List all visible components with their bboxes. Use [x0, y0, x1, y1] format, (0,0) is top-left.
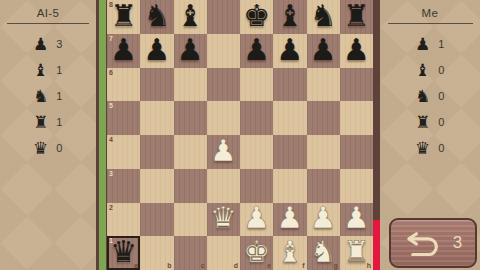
opponent-panel: AI-5 ♟ 3 ♝ 1 ♞ 1 ♜ 1 ♛ 0 — [0, 0, 96, 270]
square-e5[interactable] — [240, 101, 273, 135]
square-e2[interactable]: ♟ — [240, 203, 273, 237]
captured-row: ♝ 1 — [0, 57, 96, 83]
player-name: Me — [380, 0, 480, 19]
square-g7[interactable]: ♟ — [307, 34, 340, 68]
player-captured-list: ♟ 1 ♝ 0 ♞ 0 ♜ 0 ♛ 0 — [380, 24, 480, 161]
piece-black-pawn[interactable]: ♟ — [110, 35, 137, 65]
rank-label: 2 — [109, 204, 113, 211]
square-c2[interactable] — [174, 203, 207, 237]
queen-icon: ♛ — [415, 140, 430, 157]
square-h8[interactable]: ♜ — [340, 0, 373, 34]
captured-row: ♟ 3 — [0, 31, 96, 57]
square-g6[interactable] — [307, 68, 340, 102]
chess-board: 8♜♞♝♚♝♞♜7♟♟♟♟♟♟♟654♟32♛♟♟♟♟1a♛bcde♚f♝g♞h… — [107, 0, 373, 270]
captured-count: 1 — [56, 116, 63, 128]
piece-black-rook[interactable]: ♜ — [110, 1, 137, 31]
captured-row: ♜ 0 — [380, 109, 480, 135]
square-e1[interactable]: e♚ — [240, 236, 273, 270]
square-g3[interactable] — [307, 169, 340, 203]
captured-row: ♛ 0 — [0, 135, 96, 161]
knight-icon: ♞ — [415, 88, 430, 105]
chess-app: AI-5 ♟ 3 ♝ 1 ♞ 1 ♜ 1 ♛ 0 — [0, 0, 480, 270]
square-b8[interactable]: ♞ — [140, 0, 173, 34]
captured-row: ♟ 1 — [380, 31, 480, 57]
square-b5[interactable] — [140, 101, 173, 135]
square-c1[interactable]: c — [174, 236, 207, 270]
square-d6[interactable] — [207, 68, 240, 102]
piece-white-pawn[interactable]: ♟ — [276, 203, 303, 233]
square-c4[interactable] — [174, 135, 207, 169]
captured-row: ♜ 1 — [0, 109, 96, 135]
undo-arrow-icon — [404, 231, 440, 256]
square-c5[interactable] — [174, 101, 207, 135]
piece-white-king[interactable]: ♚ — [243, 237, 270, 267]
square-d2[interactable]: ♛ — [207, 203, 240, 237]
square-f2[interactable]: ♟ — [273, 203, 306, 237]
square-h1[interactable]: h♜ — [340, 236, 373, 270]
square-a1[interactable]: 1a♛ — [107, 236, 140, 270]
opponent-progress-track — [96, 0, 107, 270]
square-h5[interactable] — [340, 101, 373, 135]
rook-icon: ♜ — [415, 114, 430, 131]
square-f1[interactable]: f♝ — [273, 236, 306, 270]
square-d7[interactable] — [207, 34, 240, 68]
square-e4[interactable] — [240, 135, 273, 169]
opponent-name: AI-5 — [0, 0, 96, 19]
square-f5[interactable] — [273, 101, 306, 135]
captured-count: 1 — [56, 64, 63, 76]
captured-count: 1 — [438, 38, 445, 50]
file-label: b — [167, 262, 171, 269]
square-f6[interactable] — [273, 68, 306, 102]
piece-black-rook[interactable]: ♜ — [343, 1, 370, 31]
square-e7[interactable]: ♟ — [240, 34, 273, 68]
bishop-icon: ♝ — [415, 62, 430, 79]
piece-white-pawn[interactable]: ♟ — [210, 136, 237, 166]
square-c8[interactable]: ♝ — [174, 0, 207, 34]
piece-white-rook[interactable]: ♜ — [343, 237, 370, 267]
piece-black-bishop[interactable]: ♝ — [276, 1, 303, 31]
captured-count: 3 — [56, 38, 63, 50]
square-f8[interactable]: ♝ — [273, 0, 306, 34]
captured-row: ♞ 1 — [0, 83, 96, 109]
piece-black-pawn[interactable]: ♟ — [243, 35, 270, 65]
piece-black-king[interactable]: ♚ — [243, 1, 270, 31]
square-g1[interactable]: g♞ — [307, 236, 340, 270]
rank-label: 5 — [109, 102, 113, 109]
captured-row: ♛ 0 — [380, 135, 480, 161]
opponent-progress-bar — [99, 0, 106, 270]
square-f4[interactable] — [273, 135, 306, 169]
rook-icon: ♜ — [33, 114, 48, 131]
square-f7[interactable]: ♟ — [273, 34, 306, 68]
piece-black-knight[interactable]: ♞ — [143, 1, 170, 31]
square-e3[interactable] — [240, 169, 273, 203]
square-c3[interactable] — [174, 169, 207, 203]
pawn-icon: ♟ — [33, 36, 48, 53]
queen-icon: ♛ — [33, 140, 48, 157]
square-b7[interactable]: ♟ — [140, 34, 173, 68]
square-a8[interactable]: 8♜ — [107, 0, 140, 34]
square-f3[interactable] — [273, 169, 306, 203]
piece-black-pawn[interactable]: ♟ — [143, 35, 170, 65]
square-d3[interactable] — [207, 169, 240, 203]
captured-count: 0 — [438, 116, 445, 128]
piece-black-queen[interactable]: ♛ — [110, 237, 137, 267]
square-a2[interactable]: 2 — [107, 203, 140, 237]
piece-white-pawn[interactable]: ♟ — [310, 203, 337, 233]
square-e6[interactable] — [240, 68, 273, 102]
square-a7[interactable]: 7♟ — [107, 34, 140, 68]
square-b3[interactable] — [140, 169, 173, 203]
square-h4[interactable] — [340, 135, 373, 169]
square-h7[interactable]: ♟ — [340, 34, 373, 68]
square-a6[interactable]: 6 — [107, 68, 140, 102]
square-h3[interactable] — [340, 169, 373, 203]
piece-white-pawn[interactable]: ♟ — [243, 203, 270, 233]
square-h6[interactable] — [340, 68, 373, 102]
bishop-icon: ♝ — [33, 62, 48, 79]
square-c7[interactable]: ♟ — [174, 34, 207, 68]
undo-button[interactable]: 3 — [389, 218, 477, 268]
square-g8[interactable]: ♞ — [307, 0, 340, 34]
undo-count: 3 — [453, 233, 462, 253]
piece-white-bishop[interactable]: ♝ — [276, 237, 303, 267]
square-a5[interactable]: 5 — [107, 101, 140, 135]
square-d8[interactable] — [207, 0, 240, 34]
square-g4[interactable] — [307, 135, 340, 169]
captured-count: 0 — [438, 64, 445, 76]
captured-count: 1 — [56, 90, 63, 102]
square-b1[interactable]: b — [140, 236, 173, 270]
captured-count: 0 — [438, 142, 445, 154]
square-g5[interactable] — [307, 101, 340, 135]
rank-label: 4 — [109, 136, 113, 143]
captured-count: 0 — [438, 90, 445, 102]
captured-row: ♞ 0 — [380, 83, 480, 109]
square-h2[interactable]: ♟ — [340, 203, 373, 237]
piece-black-pawn[interactable]: ♟ — [310, 35, 337, 65]
piece-black-pawn[interactable]: ♟ — [177, 35, 204, 65]
square-c6[interactable] — [174, 68, 207, 102]
square-e8[interactable]: ♚ — [240, 0, 273, 34]
piece-white-queen[interactable]: ♛ — [210, 203, 237, 233]
square-d4[interactable]: ♟ — [207, 135, 240, 169]
square-a4[interactable]: 4 — [107, 135, 140, 169]
piece-black-pawn[interactable]: ♟ — [343, 35, 370, 65]
piece-black-bishop[interactable]: ♝ — [177, 1, 204, 31]
captured-row: ♝ 0 — [380, 57, 480, 83]
file-label: c — [201, 262, 205, 269]
square-a3[interactable]: 3 — [107, 169, 140, 203]
player-progress-bar — [373, 220, 380, 270]
piece-white-knight[interactable]: ♞ — [310, 237, 337, 267]
player-progress-track — [373, 0, 380, 270]
opponent-captured-list: ♟ 3 ♝ 1 ♞ 1 ♜ 1 ♛ 0 — [0, 24, 96, 161]
piece-black-pawn[interactable]: ♟ — [276, 35, 303, 65]
square-g2[interactable]: ♟ — [307, 203, 340, 237]
rank-label: 6 — [109, 69, 113, 76]
square-d5[interactable] — [207, 101, 240, 135]
captured-count: 0 — [56, 142, 63, 154]
square-b2[interactable] — [140, 203, 173, 237]
knight-icon: ♞ — [33, 88, 48, 105]
square-b6[interactable] — [140, 68, 173, 102]
pawn-icon: ♟ — [415, 36, 430, 53]
square-b4[interactable] — [140, 135, 173, 169]
piece-black-knight[interactable]: ♞ — [310, 1, 337, 31]
file-label: d — [234, 262, 238, 269]
square-d1[interactable]: d — [207, 236, 240, 270]
piece-white-pawn[interactable]: ♟ — [343, 203, 370, 233]
rank-label: 3 — [109, 170, 113, 177]
